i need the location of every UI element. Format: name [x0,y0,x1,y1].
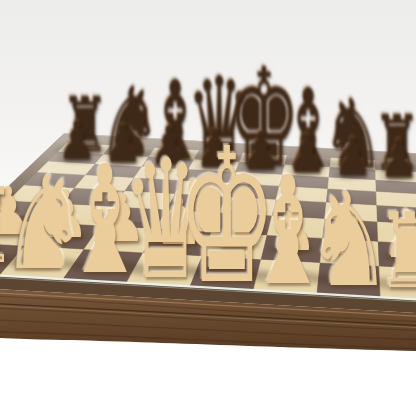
piece-white-rook-h1: ♜ [377,200,416,304]
pieces-layer: ♜♞♝♛♚♝♞♜♟♟♟♟♟♟♟♟♟♟♟♟♟♟♟♟♜♞♝♛♚♝♞♜ [0,0,416,416]
chess-set-photo: ♜♞♝♛♚♝♞♜♟♟♟♟♟♟♟♟♟♟♟♟♟♟♟♟♜♞♝♛♚♝♞♜ [0,0,416,416]
